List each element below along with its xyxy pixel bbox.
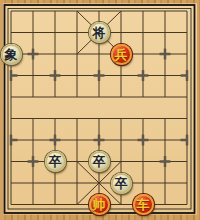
red-chariot-glyph: 车	[137, 194, 150, 215]
red-general-glyph: 帅	[93, 194, 106, 215]
piece-black-soldier[interactable]: 卒	[111, 173, 132, 194]
pieces-layer: 将象兵卒卒卒帅车	[0, 0, 200, 220]
black-soldier-glyph: 卒	[49, 151, 62, 172]
piece-red-soldier[interactable]: 兵	[111, 44, 132, 65]
black-soldier-glyph: 卒	[115, 172, 128, 193]
piece-red-general[interactable]: 帅	[89, 194, 110, 215]
piece-black-general[interactable]: 将	[89, 22, 110, 43]
black-soldier-glyph: 卒	[93, 151, 106, 172]
red-soldier-glyph: 兵	[115, 43, 128, 64]
piece-red-chariot[interactable]: 车	[133, 194, 154, 215]
piece-black-soldier[interactable]: 卒	[89, 151, 110, 172]
piece-black-elephant[interactable]: 象	[1, 44, 22, 65]
xiangqi-board-panel: 将象兵卒卒卒帅车	[0, 0, 200, 220]
piece-black-soldier[interactable]: 卒	[45, 151, 66, 172]
black-elephant-glyph: 象	[5, 43, 18, 64]
black-general-glyph: 将	[93, 22, 106, 43]
